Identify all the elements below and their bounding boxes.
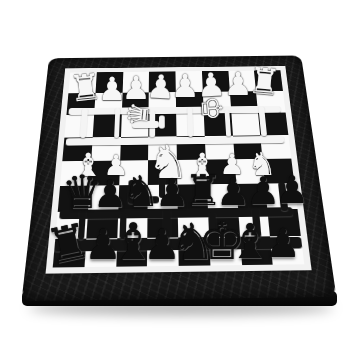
black-sprue-runner <box>77 209 86 239</box>
black-sprue-runner <box>119 213 127 239</box>
black-sprue-runner <box>128 196 159 204</box>
black-sprue-runner <box>54 237 302 251</box>
chess-set-photo: ♜♟♟♟♟♟♟♜♛♚♝♟♞♝♟♞♛♟♞♟♜♟♟♟♜♟♝♟♞♚♝♟ <box>0 0 360 360</box>
board-plane <box>22 56 337 301</box>
black-sprue-runner <box>163 208 170 238</box>
black-sprue-runner <box>159 172 166 198</box>
black-sprue <box>53 70 305 267</box>
